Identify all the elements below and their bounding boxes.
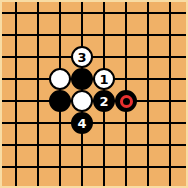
go-stone-black[interactable] (71, 68, 93, 90)
go-stone-black[interactable] (49, 90, 71, 112)
grid-horizontal-line (2, 12, 186, 14)
stone-move-number: 4 (77, 116, 86, 129)
stone-move-number: 3 (77, 50, 86, 63)
go-board[interactable]: 3124 (0, 0, 188, 188)
stone-move-number: 2 (99, 94, 108, 107)
go-stone-white-move-1[interactable]: 1 (93, 68, 115, 90)
go-stone-black-marked[interactable] (115, 90, 137, 112)
grid-horizontal-line (2, 144, 186, 146)
grid-vertical-line (169, 2, 171, 186)
grid-vertical-line (15, 2, 17, 186)
go-stone-white[interactable] (71, 90, 93, 112)
go-stone-white-move-3[interactable]: 3 (71, 46, 93, 68)
go-stone-black-move-4[interactable]: 4 (71, 112, 93, 134)
grid-horizontal-line (2, 122, 186, 124)
go-stone-white[interactable] (49, 68, 71, 90)
grid-vertical-line (147, 2, 149, 186)
grid-horizontal-line (2, 166, 186, 168)
stone-move-number: 1 (99, 72, 108, 85)
go-stone-black-move-2[interactable]: 2 (93, 90, 115, 112)
red-circle-marker-icon (120, 95, 133, 108)
grid-horizontal-line (2, 34, 186, 36)
grid-vertical-line (37, 2, 39, 186)
grid-horizontal-line (2, 56, 186, 58)
